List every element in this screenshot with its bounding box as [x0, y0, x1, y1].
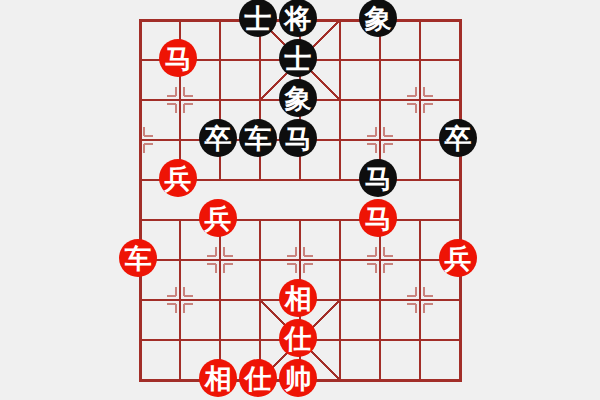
piece-red-horse-2[interactable]: 马	[359, 199, 397, 237]
piece-black-horse-1[interactable]: 马	[279, 119, 317, 157]
piece-black-chariot-1[interactable]: 车	[239, 119, 277, 157]
piece-red-chariot-1[interactable]: 车	[119, 239, 157, 277]
piece-black-elephant-2[interactable]: 象	[279, 79, 317, 117]
piece-black-advisor-2[interactable]: 士	[279, 39, 317, 77]
piece-red-advisor-1[interactable]: 仕	[279, 319, 317, 357]
piece-red-advisor-2[interactable]: 仕	[239, 359, 277, 397]
piece-black-pawn-2[interactable]: 卒	[439, 119, 477, 157]
xiangqi-board-screenshot: 士将象马士象卒车马卒兵马兵马车兵相仕相仕帅	[0, 0, 600, 400]
piece-red-general[interactable]: 帅	[279, 359, 317, 397]
piece-red-pawn-2[interactable]: 兵	[199, 199, 237, 237]
piece-black-pawn-1[interactable]: 卒	[199, 119, 237, 157]
piece-red-pawn-1[interactable]: 兵	[159, 159, 197, 197]
pieces-layer: 士将象马士象卒车马卒兵马兵马车兵相仕相仕帅	[0, 0, 600, 400]
piece-black-horse-2[interactable]: 马	[359, 159, 397, 197]
piece-red-pawn-3[interactable]: 兵	[439, 239, 477, 277]
piece-black-advisor-1[interactable]: 士	[239, 0, 277, 37]
piece-black-general[interactable]: 将	[279, 0, 317, 37]
piece-red-elephant-2[interactable]: 相	[199, 359, 237, 397]
piece-black-elephant-1[interactable]: 象	[359, 0, 397, 37]
piece-red-horse-1[interactable]: 马	[159, 39, 197, 77]
piece-red-elephant-1[interactable]: 相	[279, 279, 317, 317]
